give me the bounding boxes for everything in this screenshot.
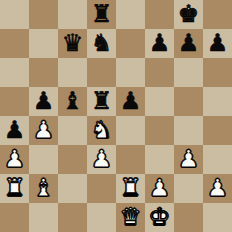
- square-d3[interactable]: ♟: [87, 145, 116, 174]
- square-e6[interactable]: [116, 58, 145, 87]
- square-d7[interactable]: ♞: [87, 29, 116, 58]
- piece-white-queen[interactable]: ♛: [120, 203, 142, 232]
- square-h1[interactable]: [203, 203, 232, 232]
- piece-black-queen[interactable]: ♛: [62, 29, 84, 58]
- square-h4[interactable]: [203, 116, 232, 145]
- square-c4[interactable]: [58, 116, 87, 145]
- piece-black-king[interactable]: ♚: [178, 0, 200, 29]
- piece-white-pawn[interactable]: ♟: [178, 145, 200, 174]
- square-c1[interactable]: [58, 203, 87, 232]
- square-g5[interactable]: [174, 87, 203, 116]
- piece-white-rook[interactable]: ♜: [4, 174, 26, 203]
- piece-black-bishop[interactable]: ♝: [62, 87, 84, 116]
- square-f2[interactable]: ♟: [145, 174, 174, 203]
- square-a5[interactable]: [0, 87, 29, 116]
- piece-black-pawn[interactable]: ♟: [4, 116, 26, 145]
- square-f4[interactable]: [145, 116, 174, 145]
- square-a4[interactable]: ♟: [0, 116, 29, 145]
- square-f1[interactable]: ♚: [145, 203, 174, 232]
- square-f8[interactable]: [145, 0, 174, 29]
- square-g4[interactable]: [174, 116, 203, 145]
- square-g8[interactable]: ♚: [174, 0, 203, 29]
- square-d5[interactable]: ♜: [87, 87, 116, 116]
- square-g3[interactable]: ♟: [174, 145, 203, 174]
- square-d4[interactable]: ♞: [87, 116, 116, 145]
- square-f5[interactable]: [145, 87, 174, 116]
- square-b6[interactable]: [29, 58, 58, 87]
- square-a7[interactable]: [0, 29, 29, 58]
- square-c8[interactable]: [58, 0, 87, 29]
- chess-board: ♜♚♛♞♟♟♟♟♝♜♟♟♟♞♟♟♟♜♝♜♟♟♛♚: [0, 0, 232, 232]
- square-d1[interactable]: [87, 203, 116, 232]
- square-h6[interactable]: [203, 58, 232, 87]
- square-c5[interactable]: ♝: [58, 87, 87, 116]
- square-e8[interactable]: [116, 0, 145, 29]
- piece-white-pawn[interactable]: ♟: [91, 145, 113, 174]
- piece-white-pawn[interactable]: ♟: [207, 174, 229, 203]
- square-a6[interactable]: [0, 58, 29, 87]
- square-e2[interactable]: ♜: [116, 174, 145, 203]
- square-a1[interactable]: [0, 203, 29, 232]
- square-c7[interactable]: ♛: [58, 29, 87, 58]
- square-h2[interactable]: ♟: [203, 174, 232, 203]
- square-f3[interactable]: [145, 145, 174, 174]
- piece-white-king[interactable]: ♚: [149, 203, 171, 232]
- piece-white-pawn[interactable]: ♟: [33, 116, 55, 145]
- square-e7[interactable]: [116, 29, 145, 58]
- piece-black-pawn[interactable]: ♟: [178, 29, 200, 58]
- square-b8[interactable]: [29, 0, 58, 29]
- square-d8[interactable]: ♜: [87, 0, 116, 29]
- square-b4[interactable]: ♟: [29, 116, 58, 145]
- square-c2[interactable]: [58, 174, 87, 203]
- piece-black-pawn[interactable]: ♟: [33, 87, 55, 116]
- square-b7[interactable]: [29, 29, 58, 58]
- square-c6[interactable]: [58, 58, 87, 87]
- square-b1[interactable]: [29, 203, 58, 232]
- piece-black-pawn[interactable]: ♟: [149, 29, 171, 58]
- square-d6[interactable]: [87, 58, 116, 87]
- piece-black-rook[interactable]: ♜: [91, 0, 113, 29]
- piece-black-pawn[interactable]: ♟: [207, 29, 229, 58]
- square-e4[interactable]: [116, 116, 145, 145]
- square-h3[interactable]: [203, 145, 232, 174]
- square-e5[interactable]: ♟: [116, 87, 145, 116]
- square-h5[interactable]: [203, 87, 232, 116]
- piece-white-pawn[interactable]: ♟: [4, 145, 26, 174]
- piece-white-rook[interactable]: ♜: [120, 174, 142, 203]
- piece-white-knight[interactable]: ♞: [91, 116, 113, 145]
- square-e3[interactable]: [116, 145, 145, 174]
- square-f6[interactable]: [145, 58, 174, 87]
- piece-black-rook[interactable]: ♜: [91, 87, 113, 116]
- square-a3[interactable]: ♟: [0, 145, 29, 174]
- square-e1[interactable]: ♛: [116, 203, 145, 232]
- square-h8[interactable]: [203, 0, 232, 29]
- piece-black-knight[interactable]: ♞: [91, 29, 113, 58]
- piece-white-bishop[interactable]: ♝: [33, 174, 55, 203]
- square-g7[interactable]: ♟: [174, 29, 203, 58]
- square-b3[interactable]: [29, 145, 58, 174]
- square-f7[interactable]: ♟: [145, 29, 174, 58]
- piece-white-pawn[interactable]: ♟: [149, 174, 171, 203]
- square-a2[interactable]: ♜: [0, 174, 29, 203]
- piece-black-pawn[interactable]: ♟: [120, 87, 142, 116]
- square-g2[interactable]: [174, 174, 203, 203]
- square-d2[interactable]: [87, 174, 116, 203]
- square-h7[interactable]: ♟: [203, 29, 232, 58]
- square-a8[interactable]: [0, 0, 29, 29]
- square-b5[interactable]: ♟: [29, 87, 58, 116]
- square-b2[interactable]: ♝: [29, 174, 58, 203]
- square-g6[interactable]: [174, 58, 203, 87]
- square-g1[interactable]: [174, 203, 203, 232]
- square-c3[interactable]: [58, 145, 87, 174]
